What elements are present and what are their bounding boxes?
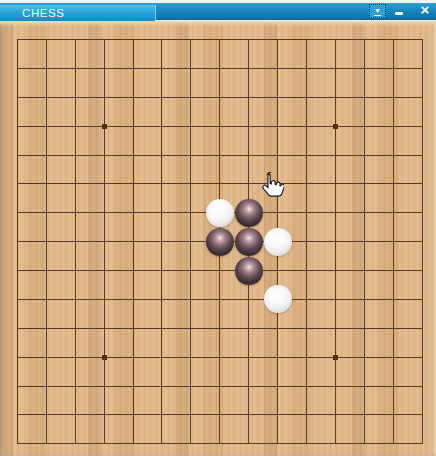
window-title: CHESS [22,7,65,19]
white-stone [206,199,234,227]
star-point [333,124,338,129]
minimize-icon [395,12,403,15]
titlebar-tab: CHESS [0,5,156,21]
white-stone [264,285,292,313]
gomoku-board[interactable] [0,21,436,456]
titlebar[interactable]: CHESS ▼ × [0,0,436,21]
close-icon: × [421,1,430,18]
dropdown-menu-button[interactable]: ▼ [369,4,386,18]
app-window: CHESS ▼ × [0,0,436,456]
black-stone [235,199,263,227]
board-points-grid [3,25,436,456]
chevron-down-icon: ▼ [374,7,381,16]
black-stone [235,257,263,285]
close-button[interactable]: × [419,2,431,18]
star-point [102,124,107,129]
minimize-button[interactable] [395,12,403,15]
white-stone [264,228,292,256]
star-point [333,355,338,360]
black-stone [206,228,234,256]
star-point [102,355,107,360]
black-stone [235,228,263,256]
